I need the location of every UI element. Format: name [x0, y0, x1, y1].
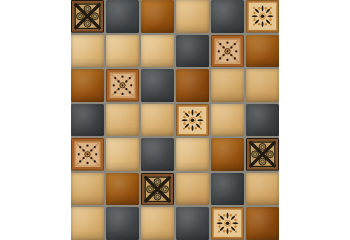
tile-r6c1-plain-slate-tile[interactable]	[106, 207, 139, 240]
tile-r6c4-radial-flower-tile[interactable]	[211, 207, 244, 240]
tile-r5c4-plain-slate-tile[interactable]	[211, 173, 244, 206]
tile-r6c0-plain-cream-tile[interactable]	[71, 207, 104, 240]
tile-r3c1-plain-cream-tile[interactable]	[106, 104, 139, 137]
tile-r0c3-plain-cream-tile[interactable]	[176, 0, 209, 33]
tile-r0c2-plain-brown-tile[interactable]	[141, 0, 174, 33]
radial-flower-icon	[211, 207, 244, 240]
tile-panel-photo	[0, 0, 350, 240]
tile-r6c2-plain-cream-tile[interactable]	[141, 207, 174, 240]
cross-medallion-icon	[71, 0, 104, 33]
tile-r3c5-plain-slate-tile[interactable]	[246, 104, 279, 137]
tile-r4c5-cross-medallion-tile[interactable]	[246, 138, 279, 171]
tile-r2c2-plain-slate-tile[interactable]	[141, 69, 174, 102]
cross-medallion-icon	[246, 138, 279, 171]
tile-r6c3-plain-slate-tile[interactable]	[176, 207, 209, 240]
tile-r3c2-plain-cream-tile[interactable]	[141, 104, 174, 137]
tile-r5c1-plain-brown-tile[interactable]	[106, 173, 139, 206]
tile-r5c5-plain-cream-tile[interactable]	[246, 173, 279, 206]
dot-cross-icon	[71, 138, 104, 171]
tile-r3c0-plain-slate-tile[interactable]	[71, 104, 104, 137]
dot-cross-icon	[211, 35, 244, 68]
tile-r1c5-plain-brown-tile[interactable]	[246, 35, 279, 68]
tile-r0c0-cross-medallion-tile[interactable]	[71, 0, 104, 33]
tile-board	[71, 0, 279, 240]
tile-r0c4-plain-slate-tile[interactable]	[211, 0, 244, 33]
tile-r5c3-plain-cream-tile[interactable]	[176, 173, 209, 206]
tile-r2c4-plain-cream-tile[interactable]	[211, 69, 244, 102]
dot-cross-icon	[106, 69, 139, 102]
tile-r6c5-plain-brown-tile[interactable]	[246, 207, 279, 240]
tile-r1c4-dot-cross-tile[interactable]	[211, 35, 244, 68]
radial-flower-icon	[246, 0, 279, 33]
tile-r1c0-plain-cream-tile[interactable]	[71, 35, 104, 68]
tile-r4c4-plain-brown-tile[interactable]	[211, 138, 244, 171]
tile-r4c2-plain-slate-tile[interactable]	[141, 138, 174, 171]
tile-r4c1-plain-cream-tile[interactable]	[106, 138, 139, 171]
tile-r4c0-dot-cross-tile[interactable]	[71, 138, 104, 171]
tile-r2c0-plain-brown-tile[interactable]	[71, 69, 104, 102]
tile-r3c4-plain-cream-tile[interactable]	[211, 104, 244, 137]
tile-r1c3-plain-slate-tile[interactable]	[176, 35, 209, 68]
tile-r5c0-plain-cream-tile[interactable]	[71, 173, 104, 206]
tile-r0c1-plain-slate-tile[interactable]	[106, 0, 139, 33]
tile-r2c1-dot-cross-tile[interactable]	[106, 69, 139, 102]
radial-flower-icon	[176, 104, 209, 137]
tile-r1c1-plain-cream-tile[interactable]	[106, 35, 139, 68]
tile-r2c5-plain-cream-tile[interactable]	[246, 69, 279, 102]
tile-r5c2-cross-medallion-tile[interactable]	[141, 173, 174, 206]
tile-r4c3-plain-cream-tile[interactable]	[176, 138, 209, 171]
cross-medallion-icon	[141, 173, 174, 206]
tile-r0c5-radial-flower-tile[interactable]	[246, 0, 279, 33]
tile-r2c3-plain-brown-tile[interactable]	[176, 69, 209, 102]
tile-r3c3-radial-flower-tile[interactable]	[176, 104, 209, 137]
tile-r1c2-plain-cream-tile[interactable]	[141, 35, 174, 68]
